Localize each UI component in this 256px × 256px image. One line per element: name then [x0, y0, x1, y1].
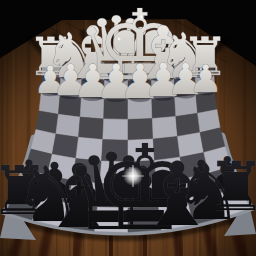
king-tip-glint	[139, 14, 145, 20]
chess-render-canvas: ♜♞♝♛♚♝♞♜♟♟♟♟♟♟♟♟♟♟♟♟♟♟♟♟♜♞♝♛♚♝♞♜	[0, 0, 256, 256]
piece-black-rook: ♜	[206, 147, 256, 226]
queen-tip-glint	[117, 37, 121, 41]
raytraced-chess-scene: ♜♞♝♛♚♝♞♜♟♟♟♟♟♟♟♟♟♟♟♟♟♟♟♟♜♞♝♛♚♝♞♜	[0, 0, 256, 256]
piece-white-pawn: ♟	[189, 57, 223, 101]
